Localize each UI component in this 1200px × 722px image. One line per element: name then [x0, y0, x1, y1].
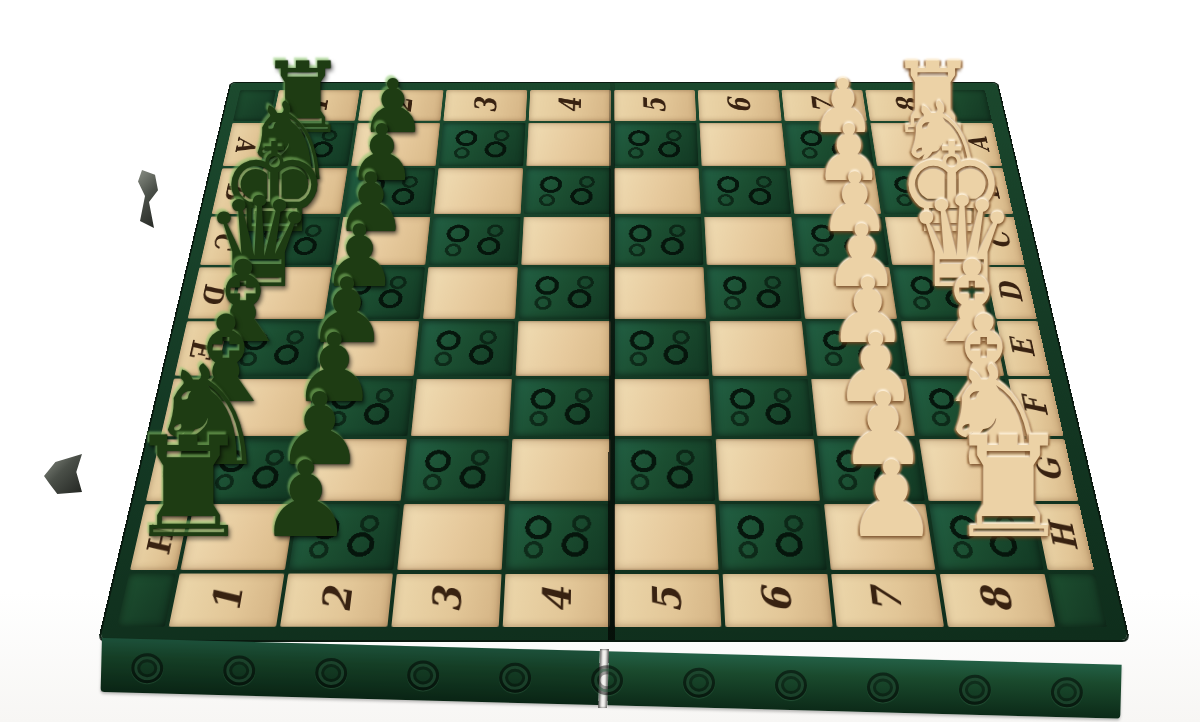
border-rank-label-1: 1: [273, 90, 360, 120]
square-d7: [800, 267, 897, 318]
border-file-label-right-G: G: [1021, 439, 1079, 501]
carved-circle-ornament: [591, 665, 624, 696]
coordinate-label: 3: [423, 587, 471, 613]
square-d4: [519, 267, 611, 318]
border-file-label-left-D: D: [188, 267, 240, 318]
square-b6: [702, 168, 791, 214]
border-file-label-left-H: H: [130, 504, 190, 570]
square-d8: [893, 267, 993, 318]
square-g7: [817, 439, 924, 501]
border-file-label-left-C: C: [200, 217, 250, 265]
square-e6: [710, 321, 808, 375]
border-rank-label-5: 5: [614, 90, 696, 120]
border-rank-label-7: 7: [831, 574, 944, 627]
coordinate-label: 5: [637, 98, 673, 113]
square-c4: [521, 217, 611, 265]
square-f8: [910, 379, 1017, 437]
square-e5: [614, 321, 709, 375]
board-corner: [949, 90, 992, 120]
square-f7: [811, 379, 915, 437]
square-c1: [243, 217, 340, 265]
square-b2: [344, 168, 436, 214]
border-file-label-left-A: A: [223, 123, 270, 166]
metal-latch-icon: [44, 454, 82, 494]
coordinate-label: 8: [972, 587, 1023, 613]
coordinate-label: 3: [467, 98, 504, 113]
square-g2: [299, 439, 407, 501]
border-file-label-left-F: F: [161, 379, 216, 437]
square-d5: [614, 267, 706, 318]
coordinate-label: C: [981, 232, 1017, 249]
coordinate-label: G: [154, 458, 196, 482]
board-corner: [233, 90, 276, 120]
border-file-label-right-E: E: [997, 321, 1050, 375]
border-file-label-right-A: A: [956, 123, 1002, 166]
square-c2: [336, 217, 430, 265]
square-c6: [704, 217, 796, 265]
square-f2: [309, 379, 413, 437]
coordinate-label: E: [182, 339, 221, 358]
coordinate-label: 2: [382, 98, 419, 113]
border-rank-label-3: 3: [443, 90, 527, 120]
coordinate-label: 6: [721, 98, 758, 113]
border-file-label-left-E: E: [175, 321, 228, 375]
carved-circle-ornament: [1051, 677, 1084, 708]
coordinate-label: B: [971, 182, 1006, 199]
square-e4: [516, 321, 611, 375]
square-b5: [614, 168, 701, 214]
square-f4: [512, 379, 610, 437]
coordinate-label: D: [195, 283, 233, 303]
square-c8: [885, 217, 982, 265]
square-b8: [877, 168, 971, 214]
border-file-label-right-B: B: [965, 168, 1013, 214]
border-rank-label-1: 1: [169, 574, 285, 627]
square-c7: [794, 217, 888, 265]
chess-board-scene: 12345678AABBCCDDEEFFGGHH12345678: [100, 0, 1128, 640]
border-rank-label-7: 7: [782, 90, 867, 120]
coordinate-label: 6: [753, 587, 801, 613]
square-b4: [524, 168, 611, 214]
square-c3: [429, 217, 521, 265]
coordinate-label: 1: [297, 98, 335, 113]
coordinate-label: F: [169, 398, 209, 416]
border-rank-label-8: 8: [865, 90, 952, 120]
square-e3: [417, 321, 515, 375]
border-rank-label-6: 6: [698, 90, 782, 120]
border-file-label-right-D: D: [985, 267, 1036, 318]
coordinate-label: 7: [862, 587, 911, 613]
square-g3: [404, 439, 508, 501]
coordinate-label: 1: [202, 587, 253, 613]
square-g6: [716, 439, 820, 501]
carved-circle-ornament: [867, 672, 900, 703]
border-file-label-right-F: F: [1008, 379, 1063, 437]
border-file-label-right-H: H: [1034, 504, 1094, 570]
square-h4: [506, 504, 611, 570]
coordinate-label: H: [138, 523, 182, 551]
square-g1: [195, 439, 306, 501]
square-h5: [614, 504, 719, 570]
border-rank-label-4: 4: [503, 574, 610, 627]
square-h7: [824, 504, 935, 570]
product-photo-stage: { "game": "chess", "scene": { "descripti…: [0, 0, 1200, 722]
border-file-label-right-C: C: [975, 217, 1025, 265]
board-fold-seam: [608, 83, 615, 640]
square-c5: [614, 217, 703, 265]
coordinate-label: 7: [805, 98, 842, 113]
border-file-label-left-G: G: [146, 439, 204, 501]
square-a1: [263, 123, 354, 166]
carved-circle-ornament: [683, 667, 716, 698]
square-h3: [397, 504, 505, 570]
coordinate-label: 8: [889, 98, 927, 113]
coordinate-label: F: [1016, 398, 1056, 416]
square-f5: [614, 379, 712, 437]
border-rank-label-4: 4: [529, 90, 611, 120]
square-d6: [707, 267, 802, 318]
square-a3: [439, 123, 526, 166]
carved-circle-ornament: [959, 674, 992, 705]
board-front-face: [101, 638, 1122, 719]
coordinate-label: D: [992, 283, 1030, 303]
square-h8: [929, 504, 1044, 570]
square-f1: [208, 379, 315, 437]
square-b7: [790, 168, 882, 214]
square-a6: [699, 123, 786, 166]
square-b1: [254, 168, 348, 214]
coordinate-label: 4: [552, 98, 588, 113]
coordinate-label: 2: [312, 587, 361, 613]
border-rank-label-6: 6: [723, 574, 833, 627]
carved-circle-ornament: [775, 670, 808, 701]
square-a8: [870, 123, 961, 166]
square-e2: [319, 321, 420, 375]
square-g4: [509, 439, 610, 501]
square-h2: [289, 504, 400, 570]
coordinate-label: B: [218, 182, 254, 199]
square-e7: [805, 321, 905, 375]
coordinate-label: A: [962, 137, 996, 152]
border-rank-label-8: 8: [940, 574, 1056, 627]
square-d2: [328, 267, 425, 318]
square-d1: [232, 267, 332, 318]
square-b3: [434, 168, 523, 214]
coordinate-label: E: [1004, 339, 1043, 358]
board-corner: [1048, 574, 1107, 627]
square-h1: [180, 504, 295, 570]
board-corner: [117, 574, 176, 627]
coordinate-label: H: [1042, 523, 1086, 551]
square-d3: [423, 267, 518, 318]
border-rank-label-5: 5: [614, 574, 721, 627]
chess-board: 12345678AABBCCDDEEFFGGHH12345678: [100, 83, 1128, 640]
coordinate-label: 5: [644, 587, 691, 613]
border-rank-label-2: 2: [280, 574, 393, 627]
coordinate-label: G: [1028, 458, 1070, 482]
square-a5: [614, 123, 699, 166]
square-g8: [919, 439, 1030, 501]
square-g5: [614, 439, 715, 501]
coordinate-label: 4: [534, 587, 581, 613]
square-a2: [351, 123, 440, 166]
square-e1: [220, 321, 323, 375]
square-e8: [901, 321, 1004, 375]
border-file-label-left-B: B: [212, 168, 260, 214]
square-h6: [719, 504, 827, 570]
square-f6: [713, 379, 814, 437]
coordinate-label: A: [229, 137, 263, 152]
border-rank-label-2: 2: [358, 90, 443, 120]
border-rank-label-3: 3: [391, 574, 501, 627]
square-a4: [526, 123, 611, 166]
square-f3: [411, 379, 512, 437]
square-a7: [785, 123, 874, 166]
coordinate-label: C: [207, 232, 243, 249]
